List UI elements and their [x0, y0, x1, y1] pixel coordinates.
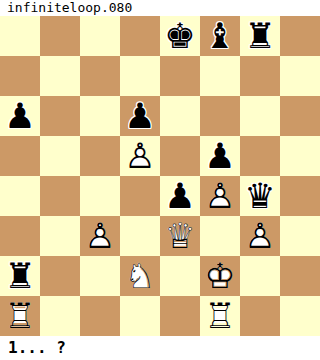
piece-white-pawn: ♙ [80, 216, 120, 256]
piece-white-knight-fill: ♞ [120, 256, 160, 296]
chess-board: ♚♝♜♟♟♟♙♟♟♟♙♛♟♙♛♕♟♙♜♞♘♚♔♜♖♜♖ [0, 16, 320, 336]
square-g6[interactable] [240, 96, 280, 136]
square-f1[interactable]: ♜♖ [200, 296, 240, 336]
square-a3[interactable] [0, 216, 40, 256]
square-a2[interactable]: ♜ [0, 256, 40, 296]
square-c6[interactable] [80, 96, 120, 136]
piece-black-bishop: ♝ [200, 16, 240, 56]
square-a4[interactable] [0, 176, 40, 216]
square-c2[interactable] [80, 256, 120, 296]
square-c8[interactable] [80, 16, 120, 56]
piece-white-king-fill: ♚ [200, 256, 240, 296]
square-g5[interactable] [240, 136, 280, 176]
piece-white-rook-fill: ♜ [0, 296, 40, 336]
square-a7[interactable] [0, 56, 40, 96]
piece-black-pawn: ♟ [120, 96, 160, 136]
square-e2[interactable] [160, 256, 200, 296]
square-g7[interactable] [240, 56, 280, 96]
square-c4[interactable] [80, 176, 120, 216]
piece-white-pawn: ♙ [240, 216, 280, 256]
piece-black-pawn: ♟ [0, 96, 40, 136]
square-g8[interactable]: ♜ [240, 16, 280, 56]
square-b8[interactable] [40, 16, 80, 56]
square-f8[interactable]: ♝ [200, 16, 240, 56]
square-g2[interactable] [240, 256, 280, 296]
square-g4[interactable]: ♛ [240, 176, 280, 216]
piece-white-knight: ♘ [120, 256, 160, 296]
square-b3[interactable] [40, 216, 80, 256]
square-h8[interactable] [280, 16, 320, 56]
square-h5[interactable] [280, 136, 320, 176]
piece-white-rook: ♖ [0, 296, 40, 336]
square-a5[interactable] [0, 136, 40, 176]
piece-white-queen: ♕ [160, 216, 200, 256]
square-e3[interactable]: ♛♕ [160, 216, 200, 256]
square-h3[interactable] [280, 216, 320, 256]
square-c1[interactable] [80, 296, 120, 336]
piece-white-pawn: ♙ [120, 136, 160, 176]
square-f7[interactable] [200, 56, 240, 96]
square-d4[interactable] [120, 176, 160, 216]
puzzle-title: infiniteloop.080 [0, 0, 320, 16]
square-d3[interactable] [120, 216, 160, 256]
piece-white-pawn-fill: ♟ [240, 216, 280, 256]
square-c3[interactable]: ♟♙ [80, 216, 120, 256]
square-d6[interactable]: ♟ [120, 96, 160, 136]
square-a6[interactable]: ♟ [0, 96, 40, 136]
square-f5[interactable]: ♟ [200, 136, 240, 176]
square-g1[interactable] [240, 296, 280, 336]
square-b5[interactable] [40, 136, 80, 176]
piece-black-rook: ♜ [0, 256, 40, 296]
square-f2[interactable]: ♚♔ [200, 256, 240, 296]
square-c7[interactable] [80, 56, 120, 96]
piece-black-pawn: ♟ [160, 176, 200, 216]
piece-black-king: ♚ [160, 16, 200, 56]
square-b7[interactable] [40, 56, 80, 96]
square-g3[interactable]: ♟♙ [240, 216, 280, 256]
move-prompt: 1... ? [0, 336, 320, 360]
square-e5[interactable] [160, 136, 200, 176]
square-h1[interactable] [280, 296, 320, 336]
square-d5[interactable]: ♟♙ [120, 136, 160, 176]
square-d7[interactable] [120, 56, 160, 96]
piece-white-pawn-fill: ♟ [200, 176, 240, 216]
piece-black-queen: ♛ [240, 176, 280, 216]
square-e6[interactable] [160, 96, 200, 136]
square-a8[interactable] [0, 16, 40, 56]
piece-white-pawn: ♙ [200, 176, 240, 216]
piece-black-rook: ♜ [240, 16, 280, 56]
square-a1[interactable]: ♜♖ [0, 296, 40, 336]
square-h6[interactable] [280, 96, 320, 136]
square-b1[interactable] [40, 296, 80, 336]
square-h7[interactable] [280, 56, 320, 96]
square-e4[interactable]: ♟ [160, 176, 200, 216]
square-b6[interactable] [40, 96, 80, 136]
piece-white-pawn-fill: ♟ [120, 136, 160, 176]
square-b4[interactable] [40, 176, 80, 216]
square-h4[interactable] [280, 176, 320, 216]
square-f3[interactable] [200, 216, 240, 256]
square-d8[interactable] [120, 16, 160, 56]
piece-white-rook: ♖ [200, 296, 240, 336]
square-c5[interactable] [80, 136, 120, 176]
piece-black-pawn: ♟ [200, 136, 240, 176]
square-b2[interactable] [40, 256, 80, 296]
piece-white-king: ♔ [200, 256, 240, 296]
square-h2[interactable] [280, 256, 320, 296]
square-e7[interactable] [160, 56, 200, 96]
piece-white-rook-fill: ♜ [200, 296, 240, 336]
square-d1[interactable] [120, 296, 160, 336]
square-e8[interactable]: ♚ [160, 16, 200, 56]
square-f4[interactable]: ♟♙ [200, 176, 240, 216]
square-d2[interactable]: ♞♘ [120, 256, 160, 296]
piece-white-queen-fill: ♛ [160, 216, 200, 256]
piece-white-pawn-fill: ♟ [80, 216, 120, 256]
square-f6[interactable] [200, 96, 240, 136]
square-e1[interactable] [160, 296, 200, 336]
